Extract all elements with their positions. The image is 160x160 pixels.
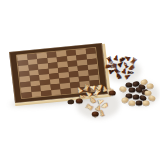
checker-piece-tan[interactable] [142,100,149,106]
dark-disc-piece[interactable] [109,91,116,96]
checker-piece-tan[interactable] [148,94,156,101]
chess-piece-dark[interactable]: ♟ [122,72,131,81]
dark-disc-piece[interactable] [92,112,99,117]
loose-pieces-layer: ♜♟♞♟♜♞♛♟♝♞♟♜♟♝♞♟♟♜♟♞♟♝♟♜♚♞♟♜♟♞♟♝ [0,0,160,160]
dark-disc-piece[interactable] [76,99,83,104]
product-photo: ♜♟♞♟♜♞♛♟♝♞♟♜♟♝♞♟♟♜♟♞♟♝♟♜♚♞♟♜♟♞♟♝ [0,0,160,160]
checker-piece-tan[interactable] [146,83,154,89]
checker-piece-tan[interactable] [128,100,136,106]
chess-piece-light[interactable]: ♝ [98,109,107,119]
